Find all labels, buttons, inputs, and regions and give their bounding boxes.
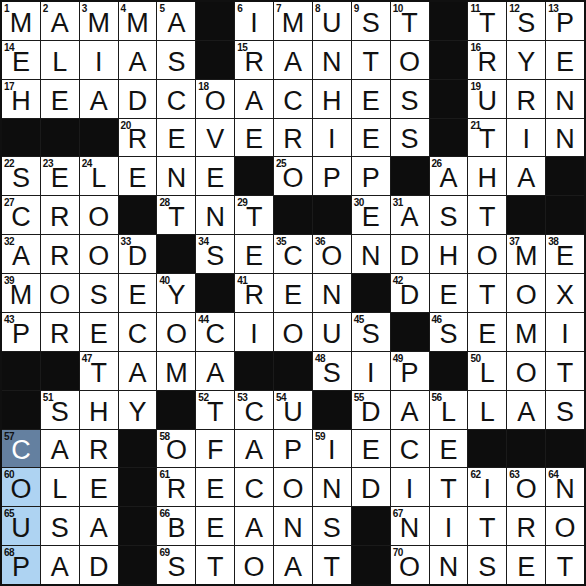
cell-r7c3[interactable]: O — [80, 235, 118, 273]
cell-letter: O — [282, 165, 303, 195]
cell-r9c5[interactable]: O — [157, 313, 195, 351]
clue-number: 44 — [198, 314, 208, 325]
cell-r12c11[interactable]: C — [391, 430, 429, 468]
cell-r11c11[interactable]: A — [391, 391, 429, 429]
cell-r9c8[interactable]: O — [274, 313, 312, 351]
cell-r5c4[interactable]: E — [119, 157, 157, 195]
cell-r7c14[interactable]: 37M — [507, 235, 545, 273]
clue-number: 21 — [470, 120, 480, 131]
cell-r7c12[interactable]: H — [430, 235, 468, 273]
cell-r15c14[interactable]: E — [507, 546, 545, 584]
block-r8c6 — [196, 274, 234, 312]
cell-r12c2[interactable]: A — [41, 430, 79, 468]
cell-r8c14[interactable]: O — [507, 274, 545, 312]
cell-r1c7[interactable]: 6I — [235, 2, 273, 40]
clue-number: 52 — [198, 392, 208, 403]
block-r12c14 — [507, 430, 545, 468]
cell-r13c10[interactable]: D — [352, 468, 390, 506]
cell-r3c13[interactable]: 19U — [468, 80, 506, 118]
clue-number: 13 — [548, 3, 558, 14]
clue-number: 2 — [43, 3, 48, 14]
cell-r3c9[interactable]: H — [313, 80, 351, 118]
cell-letter: T — [207, 399, 224, 429]
clue-number: 59 — [315, 431, 325, 442]
cell-r8c5[interactable]: 40Y — [157, 274, 195, 312]
cell-letter: T — [479, 126, 496, 156]
cell-r3c11[interactable]: S — [391, 80, 429, 118]
cell-r6c1[interactable]: 27C — [2, 196, 40, 234]
cell-r2c7[interactable]: 15R — [235, 41, 273, 79]
cell-letter: N — [322, 49, 342, 79]
cell-r11c6[interactable]: 52T — [196, 391, 234, 429]
cell-r5c8[interactable]: 25O — [274, 157, 312, 195]
cell-r2c4[interactable]: A — [119, 41, 157, 79]
cell-letter: E — [167, 126, 185, 156]
cell-letter: D — [361, 399, 381, 429]
cell-letter: T — [479, 204, 496, 234]
cell-r5c1[interactable]: 22S — [2, 157, 40, 195]
cell-r7c8[interactable]: 35C — [274, 235, 312, 273]
cell-r11c4[interactable]: Y — [119, 391, 157, 429]
cell-r12c12[interactable]: E — [430, 430, 468, 468]
cell-r14c7[interactable]: A — [235, 507, 273, 545]
cell-letter: D — [400, 282, 420, 312]
cell-r13c15[interactable]: 64N — [546, 468, 584, 506]
cell-r8c7[interactable]: 41R — [235, 274, 273, 312]
cell-r7c6[interactable]: 34S — [196, 235, 234, 273]
cell-letter: L — [441, 399, 456, 429]
cell-r2c3[interactable]: I — [80, 41, 118, 79]
cell-r15c2[interactable]: A — [41, 546, 79, 584]
cell-r15c8[interactable]: A — [274, 546, 312, 584]
cell-letter: A — [284, 554, 302, 584]
cell-r1c10[interactable]: 9S — [352, 2, 390, 40]
cell-letter: O — [244, 554, 265, 584]
cell-r9c6[interactable]: 44C — [196, 313, 234, 351]
cell-r7c15[interactable]: 38E — [546, 235, 584, 273]
cell-letter: P — [12, 321, 30, 351]
cell-letter: R — [167, 476, 187, 506]
cell-letter: E — [129, 282, 147, 312]
cell-r8c11[interactable]: 42D — [391, 274, 429, 312]
cell-r10c13[interactable]: 50L — [468, 352, 506, 390]
block-r12c15 — [546, 430, 584, 468]
cell-letter: A — [517, 399, 535, 429]
cell-r3c4[interactable]: D — [119, 80, 157, 118]
cell-r1c5[interactable]: 5A — [157, 2, 195, 40]
cell-letter: N — [555, 126, 575, 156]
cell-r10c9[interactable]: 48S — [313, 352, 351, 390]
cell-r12c7[interactable]: A — [235, 430, 273, 468]
cell-letter: P — [362, 165, 380, 195]
cell-r4c10[interactable]: E — [352, 119, 390, 157]
cell-r1c8[interactable]: 7M — [274, 2, 312, 40]
clue-number: 65 — [4, 508, 14, 519]
cell-r1c13[interactable]: 11T — [468, 2, 506, 40]
cell-letter: T — [90, 360, 107, 390]
cell-letter: O — [205, 88, 226, 118]
cell-r5c12[interactable]: 26A — [430, 157, 468, 195]
cell-r3c14[interactable]: R — [507, 80, 545, 118]
cell-letter: O — [399, 554, 420, 584]
cell-letter: O — [399, 49, 420, 79]
block-r1c12 — [430, 2, 468, 40]
cell-r2c10[interactable]: T — [352, 41, 390, 79]
cell-letter: C — [244, 476, 264, 506]
cell-letter: E — [362, 437, 380, 467]
cell-r14c9[interactable]: S — [313, 507, 351, 545]
clue-number: 35 — [276, 236, 286, 247]
cell-r4c7[interactable]: E — [235, 119, 273, 157]
cell-r4c6[interactable]: V — [196, 119, 234, 157]
cell-r5c2[interactable]: 23E — [41, 157, 79, 195]
cell-r13c7[interactable]: C — [235, 468, 273, 506]
cell-r15c9[interactable]: T — [313, 546, 351, 584]
block-r6c15 — [546, 196, 584, 234]
cell-r15c11[interactable]: 70O — [391, 546, 429, 584]
cell-r15c5[interactable]: 69S — [157, 546, 195, 584]
cell-r6c3[interactable]: O — [80, 196, 118, 234]
clue-number: 62 — [470, 469, 480, 480]
cell-r2c9[interactable]: N — [313, 41, 351, 79]
cell-r2c15[interactable]: E — [546, 41, 584, 79]
cell-letter: O — [166, 321, 187, 351]
cell-r6c13[interactable]: T — [468, 196, 506, 234]
cell-r3c10[interactable]: E — [352, 80, 390, 118]
cell-r1c15[interactable]: 13P — [546, 2, 584, 40]
cell-letter: P — [284, 437, 302, 467]
clue-number: 17 — [4, 81, 14, 92]
cell-letter: C — [400, 437, 420, 467]
cell-r13c14[interactable]: 63O — [507, 468, 545, 506]
cell-letter: A — [284, 49, 302, 79]
cell-r11c2[interactable]: 51S — [41, 391, 79, 429]
clue-number: 24 — [82, 158, 92, 169]
cell-r9c7[interactable]: I — [235, 313, 273, 351]
cell-letter: S — [556, 399, 574, 429]
cell-letter: E — [478, 321, 496, 351]
clue-number: 16 — [470, 42, 480, 53]
clue-number: 41 — [237, 275, 247, 286]
cell-r8c1[interactable]: 39M — [2, 274, 40, 312]
block-r10c7 — [235, 352, 273, 390]
cell-letter: A — [206, 360, 224, 390]
clue-number: 55 — [354, 392, 364, 403]
cell-r12c5[interactable]: 58O — [157, 430, 195, 468]
cell-letter: R — [244, 49, 264, 79]
cell-letter: U — [322, 10, 342, 40]
cell-r15c12[interactable]: N — [430, 546, 468, 584]
cell-r15c15[interactable]: T — [546, 546, 584, 584]
cell-r14c6[interactable]: E — [196, 507, 234, 545]
cell-r10c4[interactable]: A — [119, 352, 157, 390]
cell-r10c5[interactable]: M — [157, 352, 195, 390]
cell-r14c15[interactable]: O — [546, 507, 584, 545]
cell-r9c9[interactable]: U — [313, 313, 351, 351]
cell-letter: A — [90, 515, 108, 545]
cell-r14c11[interactable]: 67N — [391, 507, 429, 545]
cell-r4c11[interactable]: S — [391, 119, 429, 157]
cell-r15c7[interactable]: O — [235, 546, 273, 584]
cell-r3c2[interactable]: E — [41, 80, 79, 118]
block-r3c12 — [430, 80, 468, 118]
cell-letter: P — [401, 360, 419, 390]
cell-r11c14[interactable]: A — [507, 391, 545, 429]
cell-r1c9[interactable]: 8U — [313, 2, 351, 40]
cell-r6c7[interactable]: 29T — [235, 196, 273, 234]
clue-number: 29 — [237, 197, 247, 208]
cell-r6c12[interactable]: S — [430, 196, 468, 234]
cell-r2c13[interactable]: 16R — [468, 41, 506, 79]
cell-letter: T — [324, 554, 341, 584]
cell-letter: O — [166, 437, 187, 467]
clue-number: 1 — [4, 3, 9, 14]
cell-r9c4[interactable]: C — [119, 313, 157, 351]
cell-r12c3[interactable]: R — [80, 430, 118, 468]
cell-r6c6[interactable]: N — [196, 196, 234, 234]
cell-r13c9[interactable]: N — [313, 468, 351, 506]
cell-r1c11[interactable]: 10T — [391, 2, 429, 40]
cell-r9c2[interactable]: R — [41, 313, 79, 351]
cell-r2c11[interactable]: O — [391, 41, 429, 79]
cell-r13c13[interactable]: 62I — [468, 468, 506, 506]
cell-letter: L — [480, 360, 495, 390]
cell-letter: M — [165, 360, 188, 390]
cell-r14c2[interactable]: S — [41, 507, 79, 545]
cell-r4c15[interactable]: N — [546, 119, 584, 157]
cell-r13c3[interactable]: E — [80, 468, 118, 506]
block-r1c6 — [196, 2, 234, 40]
cell-r11c7[interactable]: 53C — [235, 391, 273, 429]
cell-r13c2[interactable]: L — [41, 468, 79, 506]
cell-r8c8[interactable]: E — [274, 274, 312, 312]
cell-r4c9[interactable]: I — [313, 119, 351, 157]
cell-letter: R — [244, 282, 264, 312]
cell-letter: N — [555, 88, 575, 118]
cell-r5c13[interactable]: H — [468, 157, 506, 195]
clue-number: 22 — [4, 158, 14, 169]
cell-letter: E — [439, 282, 457, 312]
clue-number: 27 — [4, 197, 14, 208]
cell-r13c8[interactable]: O — [274, 468, 312, 506]
cell-r1c4[interactable]: 4M — [119, 2, 157, 40]
cell-r2c2[interactable]: L — [41, 41, 79, 79]
cell-r10c6[interactable]: A — [196, 352, 234, 390]
cell-r6c2[interactable]: R — [41, 196, 79, 234]
cell-r7c4[interactable]: 33D — [119, 235, 157, 273]
cell-r7c13[interactable]: O — [468, 235, 506, 273]
cell-r8c4[interactable]: E — [119, 274, 157, 312]
cell-letter: U — [11, 515, 31, 545]
clue-number: 31 — [393, 197, 403, 208]
cell-r4c5[interactable]: E — [157, 119, 195, 157]
cell-r9c15[interactable]: I — [546, 313, 584, 351]
clue-number: 63 — [509, 469, 519, 480]
cell-r8c9[interactable]: N — [313, 274, 351, 312]
cell-r3c8[interactable]: C — [274, 80, 312, 118]
cell-r14c1[interactable]: 65U — [2, 507, 40, 545]
cell-letter: A — [245, 515, 263, 545]
cell-r7c7[interactable]: E — [235, 235, 273, 273]
cell-letter: S — [206, 243, 224, 273]
cell-r3c15[interactable]: N — [546, 80, 584, 118]
clue-number: 66 — [159, 508, 169, 519]
cell-r12c1[interactable]: 57C — [2, 430, 40, 468]
cell-r11c3[interactable]: H — [80, 391, 118, 429]
cell-letter: A — [90, 88, 108, 118]
cell-letter: I — [95, 49, 103, 79]
cell-letter: C — [167, 88, 187, 118]
cell-r5c9[interactable]: P — [313, 157, 351, 195]
cell-r6c11[interactable]: 31A — [391, 196, 429, 234]
cell-r9c1[interactable]: 43P — [2, 313, 40, 351]
cell-r7c2[interactable]: R — [41, 235, 79, 273]
cell-letter: E — [206, 515, 224, 545]
cell-r8c3[interactable]: S — [80, 274, 118, 312]
cell-r14c14[interactable]: R — [507, 507, 545, 545]
cell-r5c3[interactable]: 24L — [80, 157, 118, 195]
cell-r15c3[interactable]: D — [80, 546, 118, 584]
cell-r6c10[interactable]: 30E — [352, 196, 390, 234]
cell-letter: T — [479, 282, 496, 312]
cell-letter: S — [478, 554, 496, 584]
cell-r4c14[interactable]: I — [507, 119, 545, 157]
cell-letter: O — [555, 515, 576, 545]
cell-r2c1[interactable]: 14E — [2, 41, 40, 79]
cell-r8c2[interactable]: O — [41, 274, 79, 312]
cell-r5c10[interactable]: P — [352, 157, 390, 195]
cell-r5c14[interactable]: A — [507, 157, 545, 195]
cell-r9c10[interactable]: 45S — [352, 313, 390, 351]
clue-number: 6 — [237, 3, 242, 14]
cell-r15c6[interactable]: T — [196, 546, 234, 584]
cell-letter: D — [400, 243, 420, 273]
cell-letter: T — [557, 554, 574, 584]
cell-letter: E — [245, 243, 263, 273]
cell-letter: I — [484, 476, 492, 506]
cell-letter: H — [322, 88, 342, 118]
cell-r4c13[interactable]: 21T — [468, 119, 506, 157]
cell-r14c13[interactable]: T — [468, 507, 506, 545]
cell-r9c3[interactable]: E — [80, 313, 118, 351]
cell-letter: X — [556, 282, 574, 312]
cell-letter: E — [12, 49, 30, 79]
clue-number: 23 — [43, 158, 53, 169]
crossword-grid: 1M2A3M4M5A6I7M8U9S10T11T12S13P14ELIAS15R… — [0, 0, 586, 586]
cell-r13c5[interactable]: 61R — [157, 468, 195, 506]
cell-letter: I — [250, 10, 258, 40]
cell-r12c6[interactable]: F — [196, 430, 234, 468]
cell-r15c1[interactable]: 68P — [2, 546, 40, 584]
clue-number: 8 — [315, 3, 320, 14]
cell-r9c14[interactable]: M — [507, 313, 545, 351]
cell-r10c10[interactable]: I — [352, 352, 390, 390]
cell-letter: C — [283, 243, 303, 273]
cell-r1c2[interactable]: 2A — [41, 2, 79, 40]
cell-r5c6[interactable]: E — [196, 157, 234, 195]
cell-r11c12[interactable]: 56L — [430, 391, 468, 429]
cell-r14c8[interactable]: N — [274, 507, 312, 545]
clue-number: 18 — [198, 81, 208, 92]
cell-r13c12[interactable]: T — [430, 468, 468, 506]
cell-r3c3[interactable]: A — [80, 80, 118, 118]
cell-r9c12[interactable]: 46S — [430, 313, 468, 351]
cell-r8c15[interactable]: X — [546, 274, 584, 312]
cell-r11c8[interactable]: 54U — [274, 391, 312, 429]
cell-r3c1[interactable]: 17H — [2, 80, 40, 118]
cell-letter: P — [323, 165, 341, 195]
cell-r14c12[interactable]: I — [430, 507, 468, 545]
cell-r8c12[interactable]: E — [430, 274, 468, 312]
cell-r10c15[interactable]: T — [546, 352, 584, 390]
cell-letter: E — [51, 165, 69, 195]
cell-r3c7[interactable]: A — [235, 80, 273, 118]
cell-r13c6[interactable]: E — [196, 468, 234, 506]
cell-r4c8[interactable]: R — [274, 119, 312, 157]
cell-letter: C — [283, 88, 303, 118]
cell-r7c10[interactable]: N — [352, 235, 390, 273]
cell-letter: M — [282, 10, 305, 40]
clue-number: 3 — [82, 3, 87, 14]
cell-letter: N — [400, 515, 420, 545]
cell-r7c1[interactable]: 32A — [2, 235, 40, 273]
cell-r12c10[interactable]: E — [352, 430, 390, 468]
cell-letter: A — [439, 165, 457, 195]
cell-r8c13[interactable]: T — [468, 274, 506, 312]
cell-r7c9[interactable]: 36O — [313, 235, 351, 273]
block-r5c11 — [391, 157, 429, 195]
cell-letter: O — [321, 243, 342, 273]
cell-r14c5[interactable]: 66B — [157, 507, 195, 545]
cell-r2c5[interactable]: S — [157, 41, 195, 79]
cell-r12c9[interactable]: 59I — [313, 430, 351, 468]
clue-number: 49 — [393, 353, 403, 364]
block-r10c2 — [41, 352, 79, 390]
cell-r1c1[interactable]: 1M — [2, 2, 40, 40]
cell-r1c14[interactable]: 12S — [507, 2, 545, 40]
cell-r11c10[interactable]: 55D — [352, 391, 390, 429]
cell-r10c3[interactable]: 47T — [80, 352, 118, 390]
cell-r1c3[interactable]: 3M — [80, 2, 118, 40]
cell-r11c13[interactable]: L — [468, 391, 506, 429]
cell-letter: T — [362, 49, 379, 79]
cell-r12c8[interactable]: P — [274, 430, 312, 468]
cell-letter: R — [50, 243, 70, 273]
cell-letter: A — [245, 437, 263, 467]
cell-r4c4[interactable]: 20R — [119, 119, 157, 157]
clue-number: 47 — [82, 353, 92, 364]
cell-r10c14[interactable]: O — [507, 352, 545, 390]
clue-number: 26 — [432, 158, 442, 169]
cell-r11c15[interactable]: S — [546, 391, 584, 429]
cell-letter: H — [478, 165, 498, 195]
cell-r15c13[interactable]: S — [468, 546, 506, 584]
cell-r6c5[interactable]: 28T — [157, 196, 195, 234]
cell-r14c3[interactable]: A — [80, 507, 118, 545]
cell-r3c6[interactable]: 18O — [196, 80, 234, 118]
cell-letter: O — [88, 243, 109, 273]
cell-letter: E — [362, 88, 380, 118]
cell-r7c11[interactable]: D — [391, 235, 429, 273]
cell-r10c11[interactable]: 49P — [391, 352, 429, 390]
cell-r5c5[interactable]: N — [157, 157, 195, 195]
cell-r13c1[interactable]: 60O — [2, 468, 40, 506]
cell-r13c11[interactable]: I — [391, 468, 429, 506]
cell-r2c14[interactable]: Y — [507, 41, 545, 79]
cell-r2c8[interactable]: A — [274, 41, 312, 79]
cell-r9c13[interactable]: E — [468, 313, 506, 351]
cell-r3c5[interactable]: C — [157, 80, 195, 118]
